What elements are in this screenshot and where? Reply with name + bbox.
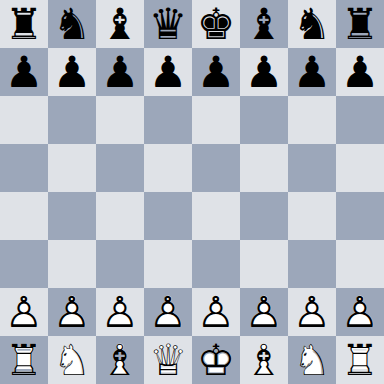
square-c6[interactable]: [96, 96, 144, 144]
square-e5[interactable]: [192, 144, 240, 192]
square-g3[interactable]: [288, 240, 336, 288]
square-d6[interactable]: [144, 96, 192, 144]
piece-outline-glyph: ♘: [48, 336, 96, 384]
square-e8[interactable]: ♚: [192, 0, 240, 48]
piece-outline-glyph: ♗: [96, 336, 144, 384]
square-a7[interactable]: ♟: [0, 48, 48, 96]
square-d8[interactable]: ♛: [144, 0, 192, 48]
piece-outline-glyph: ♘: [288, 336, 336, 384]
square-f5[interactable]: [240, 144, 288, 192]
piece-outline-glyph: ♖: [336, 336, 384, 384]
square-h5[interactable]: [336, 144, 384, 192]
square-g1[interactable]: ♞♘: [288, 336, 336, 384]
square-g2[interactable]: ♟♙: [288, 288, 336, 336]
square-c5[interactable]: [96, 144, 144, 192]
square-c4[interactable]: [96, 192, 144, 240]
square-a2[interactable]: ♟♙: [0, 288, 48, 336]
square-f8[interactable]: ♝: [240, 0, 288, 48]
piece-glyph: ♝: [96, 0, 144, 48]
black-pawn[interactable]: ♟: [0, 48, 48, 96]
white-pawn[interactable]: ♟♙: [336, 288, 384, 336]
black-knight[interactable]: ♞: [288, 0, 336, 48]
square-c2[interactable]: ♟♙: [96, 288, 144, 336]
square-g4[interactable]: [288, 192, 336, 240]
square-f7[interactable]: ♟: [240, 48, 288, 96]
square-e6[interactable]: [192, 96, 240, 144]
square-g6[interactable]: [288, 96, 336, 144]
square-g7[interactable]: ♟: [288, 48, 336, 96]
square-a8[interactable]: ♜: [0, 0, 48, 48]
piece-glyph: ♟: [96, 48, 144, 96]
square-h4[interactable]: [336, 192, 384, 240]
black-pawn[interactable]: ♟: [48, 48, 96, 96]
black-pawn[interactable]: ♟: [96, 48, 144, 96]
square-b8[interactable]: ♞: [48, 0, 96, 48]
black-pawn[interactable]: ♟: [288, 48, 336, 96]
piece-glyph: ♟: [48, 48, 96, 96]
square-c8[interactable]: ♝: [96, 0, 144, 48]
square-h6[interactable]: [336, 96, 384, 144]
white-knight[interactable]: ♞♘: [48, 336, 96, 384]
square-b1[interactable]: ♞♘: [48, 336, 96, 384]
black-knight[interactable]: ♞: [48, 0, 96, 48]
square-a5[interactable]: [0, 144, 48, 192]
square-g8[interactable]: ♞: [288, 0, 336, 48]
piece-outline-glyph: ♙: [192, 288, 240, 336]
square-h7[interactable]: ♟: [336, 48, 384, 96]
piece-outline-glyph: ♙: [48, 288, 96, 336]
square-e2[interactable]: ♟♙: [192, 288, 240, 336]
black-rook[interactable]: ♜: [336, 0, 384, 48]
square-h8[interactable]: ♜: [336, 0, 384, 48]
square-f1[interactable]: ♝♗: [240, 336, 288, 384]
square-f4[interactable]: [240, 192, 288, 240]
white-pawn[interactable]: ♟♙: [288, 288, 336, 336]
white-rook[interactable]: ♜♖: [0, 336, 48, 384]
black-king[interactable]: ♚: [192, 0, 240, 48]
white-knight[interactable]: ♞♘: [288, 336, 336, 384]
white-pawn[interactable]: ♟♙: [144, 288, 192, 336]
piece-glyph: ♟: [240, 48, 288, 96]
square-e1[interactable]: ♚♔: [192, 336, 240, 384]
square-a3[interactable]: [0, 240, 48, 288]
square-d7[interactable]: ♟: [144, 48, 192, 96]
square-f6[interactable]: [240, 96, 288, 144]
square-b3[interactable]: [48, 240, 96, 288]
square-b5[interactable]: [48, 144, 96, 192]
square-h1[interactable]: ♜♖: [336, 336, 384, 384]
piece-glyph: ♝: [240, 0, 288, 48]
chess-board: ♜♞♝♛♚♝♞♜♟♟♟♟♟♟♟♟♟♙♟♙♟♙♟♙♟♙♟♙♟♙♟♙♜♖♞♘♝♗♛♕…: [0, 0, 384, 384]
square-d4[interactable]: [144, 192, 192, 240]
piece-glyph: ♟: [192, 48, 240, 96]
white-pawn[interactable]: ♟♙: [240, 288, 288, 336]
piece-outline-glyph: ♗: [240, 336, 288, 384]
square-b7[interactable]: ♟: [48, 48, 96, 96]
piece-outline-glyph: ♖: [0, 336, 48, 384]
square-c3[interactable]: [96, 240, 144, 288]
square-d3[interactable]: [144, 240, 192, 288]
square-d2[interactable]: ♟♙: [144, 288, 192, 336]
piece-outline-glyph: ♙: [288, 288, 336, 336]
square-e7[interactable]: ♟: [192, 48, 240, 96]
piece-glyph: ♟: [144, 48, 192, 96]
black-pawn[interactable]: ♟: [144, 48, 192, 96]
piece-outline-glyph: ♙: [144, 288, 192, 336]
square-d1[interactable]: ♛♕: [144, 336, 192, 384]
piece-outline-glyph: ♙: [240, 288, 288, 336]
white-bishop[interactable]: ♝♗: [240, 336, 288, 384]
white-pawn[interactable]: ♟♙: [48, 288, 96, 336]
piece-glyph: ♜: [336, 0, 384, 48]
square-b2[interactable]: ♟♙: [48, 288, 96, 336]
black-pawn[interactable]: ♟: [240, 48, 288, 96]
piece-glyph: ♛: [144, 0, 192, 48]
black-queen[interactable]: ♛: [144, 0, 192, 48]
square-a4[interactable]: [0, 192, 48, 240]
white-pawn[interactable]: ♟♙: [0, 288, 48, 336]
black-pawn[interactable]: ♟: [336, 48, 384, 96]
piece-glyph: ♟: [336, 48, 384, 96]
square-g5[interactable]: [288, 144, 336, 192]
square-a6[interactable]: [0, 96, 48, 144]
piece-glyph: ♞: [48, 0, 96, 48]
square-d5[interactable]: [144, 144, 192, 192]
piece-outline-glyph: ♙: [0, 288, 48, 336]
white-queen[interactable]: ♛♕: [144, 336, 192, 384]
square-e4[interactable]: [192, 192, 240, 240]
square-b4[interactable]: [48, 192, 96, 240]
piece-glyph: ♚: [192, 0, 240, 48]
white-bishop[interactable]: ♝♗: [96, 336, 144, 384]
square-a1[interactable]: ♜♖: [0, 336, 48, 384]
white-rook[interactable]: ♜♖: [336, 336, 384, 384]
piece-outline-glyph: ♙: [96, 288, 144, 336]
piece-glyph: ♞: [288, 0, 336, 48]
square-f3[interactable]: [240, 240, 288, 288]
white-pawn[interactable]: ♟♙: [192, 288, 240, 336]
black-bishop[interactable]: ♝: [240, 0, 288, 48]
black-bishop[interactable]: ♝: [96, 0, 144, 48]
square-b6[interactable]: [48, 96, 96, 144]
square-e3[interactable]: [192, 240, 240, 288]
piece-outline-glyph: ♕: [144, 336, 192, 384]
white-king[interactable]: ♚♔: [192, 336, 240, 384]
black-rook[interactable]: ♜: [0, 0, 48, 48]
piece-glyph: ♜: [0, 0, 48, 48]
square-h3[interactable]: [336, 240, 384, 288]
piece-outline-glyph: ♔: [192, 336, 240, 384]
piece-outline-glyph: ♙: [336, 288, 384, 336]
square-c7[interactable]: ♟: [96, 48, 144, 96]
white-pawn[interactable]: ♟♙: [96, 288, 144, 336]
square-f2[interactable]: ♟♙: [240, 288, 288, 336]
square-c1[interactable]: ♝♗: [96, 336, 144, 384]
black-pawn[interactable]: ♟: [192, 48, 240, 96]
piece-glyph: ♟: [0, 48, 48, 96]
piece-glyph: ♟: [288, 48, 336, 96]
square-h2[interactable]: ♟♙: [336, 288, 384, 336]
